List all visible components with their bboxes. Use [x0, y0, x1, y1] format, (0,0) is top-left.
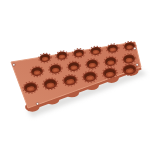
hanging-hole	[136, 64, 139, 67]
hanging-hole	[13, 64, 16, 67]
hanging-hole	[36, 103, 39, 106]
silicone-mold-svg	[0, 0, 150, 150]
hanging-hole	[134, 47, 137, 50]
product-photo	[0, 0, 150, 150]
